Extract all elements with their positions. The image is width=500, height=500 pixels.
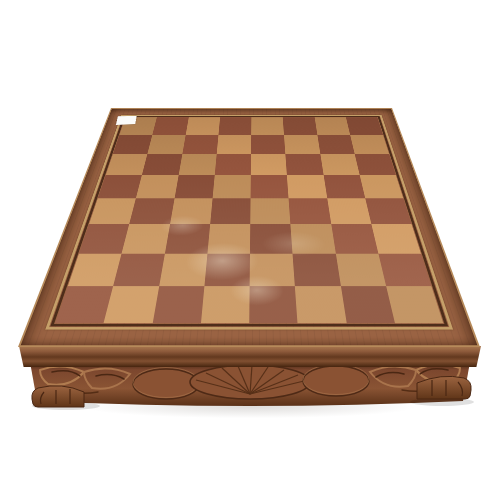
square-g3 <box>331 224 378 253</box>
square-a5 <box>98 175 142 198</box>
medallion-right <box>303 365 369 397</box>
square-b8 <box>152 117 188 134</box>
square-f3 <box>291 224 336 253</box>
square-d6 <box>215 154 251 175</box>
square-d2 <box>204 253 250 286</box>
square-e1 <box>249 286 297 323</box>
square-c8 <box>185 117 220 134</box>
square-d8 <box>218 117 251 134</box>
square-b5 <box>136 175 178 198</box>
square-f7 <box>284 135 320 154</box>
square-h4 <box>365 198 411 224</box>
medallion-center <box>190 365 310 399</box>
square-e2 <box>250 253 295 286</box>
square-f5 <box>287 175 327 198</box>
square-h7 <box>350 135 389 154</box>
frame-front-face <box>19 346 481 367</box>
product-photo <box>0 0 500 500</box>
square-d5 <box>212 175 250 198</box>
square-c4 <box>170 198 213 224</box>
square-b3 <box>122 224 170 253</box>
square-g4 <box>327 198 371 224</box>
medallion-left <box>133 368 199 400</box>
square-d3 <box>207 224 250 253</box>
square-a4 <box>89 198 136 224</box>
square-h6 <box>355 154 396 175</box>
square-a6 <box>106 154 148 175</box>
square-h5 <box>360 175 404 198</box>
square-f4 <box>289 198 331 224</box>
square-d7 <box>217 135 252 154</box>
square-b2 <box>113 253 164 286</box>
square-f6 <box>286 154 324 175</box>
square-c5 <box>174 175 214 198</box>
square-g7 <box>317 135 354 154</box>
square-c6 <box>178 154 216 175</box>
square-b4 <box>129 198 174 224</box>
square-e8 <box>251 117 284 134</box>
square-e7 <box>251 135 286 154</box>
square-e5 <box>251 175 289 198</box>
square-e3 <box>250 224 293 253</box>
square-c2 <box>159 253 207 286</box>
inventory-sticker <box>116 116 137 125</box>
square-g5 <box>323 175 365 198</box>
square-e6 <box>251 154 287 175</box>
square-c1 <box>152 286 204 323</box>
square-d4 <box>210 198 251 224</box>
square-g8 <box>314 117 350 134</box>
square-f2 <box>293 253 341 286</box>
square-a7 <box>113 135 152 154</box>
square-f8 <box>283 117 317 134</box>
square-b6 <box>142 154 182 175</box>
square-h8 <box>346 117 383 134</box>
square-d1 <box>201 286 250 323</box>
square-f1 <box>295 286 346 323</box>
square-c3 <box>165 224 210 253</box>
square-b7 <box>148 135 186 154</box>
square-c7 <box>182 135 218 154</box>
square-g6 <box>320 154 360 175</box>
square-b1 <box>104 286 159 323</box>
square-e4 <box>250 198 290 224</box>
